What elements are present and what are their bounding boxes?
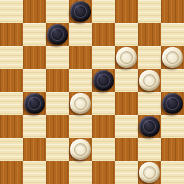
square-r0c6 <box>138 0 161 23</box>
square-r2c3[interactable] <box>69 46 92 69</box>
black-man[interactable] <box>162 93 183 114</box>
square-r7c3 <box>69 161 92 184</box>
checkers-board <box>0 0 184 184</box>
square-r5c4[interactable] <box>92 115 115 138</box>
square-r0c2 <box>46 0 69 23</box>
square-r0c0 <box>0 0 23 23</box>
square-r1c7 <box>161 23 184 46</box>
white-man[interactable] <box>116 47 137 68</box>
square-r2c2 <box>46 46 69 69</box>
square-r4c5[interactable] <box>115 92 138 115</box>
square-r6c6 <box>138 138 161 161</box>
square-r2c0 <box>0 46 23 69</box>
square-r2c1[interactable] <box>23 46 46 69</box>
square-r1c0[interactable] <box>0 23 23 46</box>
square-r3c2[interactable] <box>46 69 69 92</box>
square-r6c1[interactable] <box>23 138 46 161</box>
square-r7c1 <box>23 161 46 184</box>
square-r7c4[interactable] <box>92 161 115 184</box>
square-r6c4 <box>92 138 115 161</box>
square-r1c6[interactable] <box>138 23 161 46</box>
square-r7c6[interactable] <box>138 161 161 184</box>
square-r4c3[interactable] <box>69 92 92 115</box>
square-r3c5 <box>115 69 138 92</box>
square-r5c1 <box>23 115 46 138</box>
square-r6c7[interactable] <box>161 138 184 161</box>
square-r1c3 <box>69 23 92 46</box>
square-r7c5 <box>115 161 138 184</box>
square-r3c6[interactable] <box>138 69 161 92</box>
square-r3c7 <box>161 69 184 92</box>
square-r4c0 <box>0 92 23 115</box>
white-man[interactable] <box>70 93 91 114</box>
square-r4c4 <box>92 92 115 115</box>
square-r3c4[interactable] <box>92 69 115 92</box>
white-man[interactable] <box>162 47 183 68</box>
square-r6c3[interactable] <box>69 138 92 161</box>
square-r0c3[interactable] <box>69 0 92 23</box>
white-man[interactable] <box>70 139 91 160</box>
black-man[interactable] <box>139 116 160 137</box>
square-r0c4 <box>92 0 115 23</box>
square-r2c6 <box>138 46 161 69</box>
square-r6c0 <box>0 138 23 161</box>
black-man[interactable] <box>24 93 45 114</box>
square-r5c0[interactable] <box>0 115 23 138</box>
square-r0c1[interactable] <box>23 0 46 23</box>
square-r4c1[interactable] <box>23 92 46 115</box>
square-r1c4[interactable] <box>92 23 115 46</box>
white-man[interactable] <box>139 162 160 183</box>
square-r2c7[interactable] <box>161 46 184 69</box>
square-r7c2[interactable] <box>46 161 69 184</box>
square-r5c2[interactable] <box>46 115 69 138</box>
square-r6c2 <box>46 138 69 161</box>
square-r0c7[interactable] <box>161 0 184 23</box>
square-r2c4 <box>92 46 115 69</box>
square-r5c6[interactable] <box>138 115 161 138</box>
square-r5c3 <box>69 115 92 138</box>
square-r5c5 <box>115 115 138 138</box>
white-man[interactable] <box>139 70 160 91</box>
square-r7c7 <box>161 161 184 184</box>
square-r0c5[interactable] <box>115 0 138 23</box>
square-r7c0[interactable] <box>0 161 23 184</box>
square-r3c0[interactable] <box>0 69 23 92</box>
square-r3c3 <box>69 69 92 92</box>
square-r4c7[interactable] <box>161 92 184 115</box>
square-r6c5[interactable] <box>115 138 138 161</box>
square-r4c6 <box>138 92 161 115</box>
square-r5c7 <box>161 115 184 138</box>
black-man[interactable] <box>47 24 68 45</box>
square-r1c1 <box>23 23 46 46</box>
square-r1c5 <box>115 23 138 46</box>
square-r2c5[interactable] <box>115 46 138 69</box>
square-r3c1 <box>23 69 46 92</box>
square-r4c2 <box>46 92 69 115</box>
black-man[interactable] <box>70 1 91 22</box>
square-r1c2[interactable] <box>46 23 69 46</box>
black-man[interactable] <box>93 70 114 91</box>
